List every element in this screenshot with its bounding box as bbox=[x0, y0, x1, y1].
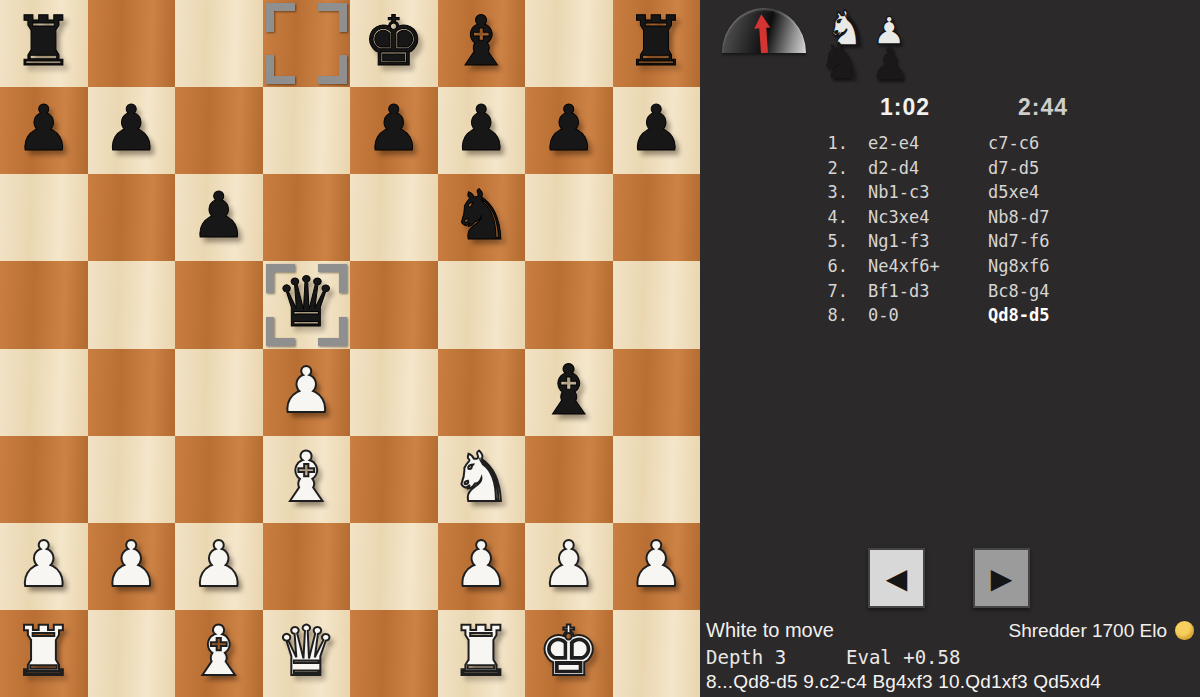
square-e8[interactable]: ♚ bbox=[350, 0, 438, 87]
black-move-8[interactable]: Qd8-d5 bbox=[988, 303, 1200, 328]
engine-status-icon bbox=[1175, 621, 1194, 640]
square-g6[interactable] bbox=[525, 174, 613, 261]
square-g3[interactable] bbox=[525, 436, 613, 523]
depth-label: Depth 3 bbox=[706, 646, 846, 668]
evaluation-gauge bbox=[722, 8, 806, 53]
black-move-1[interactable]: c7-c6 bbox=[988, 131, 1200, 156]
white-move-4[interactable]: Nc3xe4 bbox=[848, 205, 988, 230]
white-move-5[interactable]: Ng1-f3 bbox=[848, 229, 988, 254]
move-number-3: 3. bbox=[700, 180, 848, 205]
white-bishop-d3[interactable]: ♝ bbox=[275, 443, 337, 512]
black-clock: 2:44 bbox=[988, 94, 1098, 121]
square-g5[interactable] bbox=[525, 261, 613, 348]
square-h4[interactable] bbox=[613, 349, 701, 436]
square-e4[interactable] bbox=[350, 349, 438, 436]
square-a7[interactable]: ♟ bbox=[0, 87, 88, 174]
white-move-1[interactable]: e2-e4 bbox=[848, 131, 988, 156]
square-h3[interactable] bbox=[613, 436, 701, 523]
black-king-e8[interactable]: ♚ bbox=[363, 7, 425, 76]
square-h8[interactable]: ♜ bbox=[613, 0, 701, 87]
square-e6[interactable] bbox=[350, 174, 438, 261]
square-f1[interactable]: ♜ bbox=[438, 610, 526, 697]
white-pawn-h2[interactable]: ♟ bbox=[628, 533, 684, 596]
square-a2[interactable]: ♟ bbox=[0, 523, 88, 610]
selection-brackets-d8 bbox=[266, 3, 348, 84]
white-pawn-d4[interactable]: ♟ bbox=[278, 359, 334, 422]
black-pawn-e7[interactable]: ♟ bbox=[366, 97, 422, 160]
engine-name: Shredder 1700 Elo bbox=[1009, 620, 1167, 642]
square-g2[interactable]: ♟ bbox=[525, 523, 613, 610]
square-a1[interactable]: ♜ bbox=[0, 610, 88, 697]
back-arrow-icon: ◀ bbox=[886, 562, 908, 595]
principal-variation: 8...Qd8-d5 9.c2-c4 Bg4xf3 10.Qd1xf3 Qd5x… bbox=[706, 671, 1101, 693]
white-move-2[interactable]: d2-d4 bbox=[848, 156, 988, 181]
white-bishop-c1[interactable]: ♝ bbox=[188, 617, 250, 686]
square-d6[interactable] bbox=[263, 174, 351, 261]
move-number-5: 5. bbox=[700, 229, 848, 254]
white-pawn-f2[interactable]: ♟ bbox=[453, 533, 509, 596]
white-knight-f3[interactable]: ♞ bbox=[450, 443, 512, 512]
white-pawn-a2[interactable]: ♟ bbox=[16, 533, 72, 596]
square-a4[interactable] bbox=[0, 349, 88, 436]
square-d4[interactable]: ♟ bbox=[263, 349, 351, 436]
black-pawn-f7[interactable]: ♟ bbox=[453, 97, 509, 160]
square-a3[interactable] bbox=[0, 436, 88, 523]
square-c2[interactable]: ♟ bbox=[175, 523, 263, 610]
square-g8[interactable] bbox=[525, 0, 613, 87]
eval-label: Eval +0.58 bbox=[846, 646, 960, 668]
forward-arrow-icon: ▶ bbox=[991, 562, 1013, 595]
square-c1[interactable]: ♝ bbox=[175, 610, 263, 697]
square-d7[interactable] bbox=[263, 87, 351, 174]
white-pawn-b2[interactable]: ♟ bbox=[103, 533, 159, 596]
square-f6[interactable]: ♞ bbox=[438, 174, 526, 261]
move-number-4: 4. bbox=[700, 205, 848, 230]
white-move-3[interactable]: Nb1-c3 bbox=[848, 180, 988, 205]
square-f2[interactable]: ♟ bbox=[438, 523, 526, 610]
black-move-4[interactable]: Nb8-d7 bbox=[988, 205, 1200, 230]
gauge-needle-icon bbox=[759, 26, 768, 53]
square-c7[interactable] bbox=[175, 87, 263, 174]
square-b5[interactable] bbox=[88, 261, 176, 348]
square-f8[interactable]: ♝ bbox=[438, 0, 526, 87]
square-e5[interactable] bbox=[350, 261, 438, 348]
move-list: 1.e2-e4c7-c62.d2-d4d7-d53.Nb1-c3d5xe44.N… bbox=[700, 131, 1200, 328]
captured-black-knight: ♞ bbox=[818, 36, 863, 86]
square-d3[interactable]: ♝ bbox=[263, 436, 351, 523]
square-c4[interactable] bbox=[175, 349, 263, 436]
square-g4[interactable]: ♝ bbox=[525, 349, 613, 436]
chess-board[interactable]: ♜♚♝♜♟♟♟♟♟♟♟♞♛♟♝♝♞♟♟♟♟♟♟♜♝♛♜♚ bbox=[0, 0, 700, 697]
square-d8[interactable] bbox=[263, 0, 351, 87]
black-move-2[interactable]: d7-d5 bbox=[988, 156, 1200, 181]
move-number-2: 2. bbox=[700, 156, 848, 181]
square-c5[interactable] bbox=[175, 261, 263, 348]
white-clock: 1:02 bbox=[850, 94, 960, 121]
square-b6[interactable] bbox=[88, 174, 176, 261]
black-pawn-c6[interactable]: ♟ bbox=[191, 184, 247, 247]
square-b2[interactable]: ♟ bbox=[88, 523, 176, 610]
square-c6[interactable]: ♟ bbox=[175, 174, 263, 261]
black-pawn-a7[interactable]: ♟ bbox=[16, 97, 72, 160]
white-move-7[interactable]: Bf1-d3 bbox=[848, 279, 988, 304]
square-a5[interactable] bbox=[0, 261, 88, 348]
move-number-8: 8. bbox=[700, 303, 848, 328]
next-move-button[interactable]: ▶ bbox=[973, 548, 1030, 608]
black-move-6[interactable]: Ng8xf6 bbox=[988, 254, 1200, 279]
move-number-1: 1. bbox=[700, 131, 848, 156]
square-f4[interactable] bbox=[438, 349, 526, 436]
black-queen-d5[interactable]: ♛ bbox=[275, 268, 337, 337]
black-pawn-h7[interactable]: ♟ bbox=[628, 97, 684, 160]
square-b4[interactable] bbox=[88, 349, 176, 436]
white-move-8[interactable]: 0-0 bbox=[848, 303, 988, 328]
side-panel: ♞♟♞♟ 1:02 2:44 1.e2-e4c7-c62.d2-d4d7-d53… bbox=[700, 0, 1200, 697]
square-h1[interactable] bbox=[613, 610, 701, 697]
status-row: White to move Shredder 1700 Elo bbox=[706, 619, 1194, 642]
square-e1[interactable] bbox=[350, 610, 438, 697]
square-b3[interactable] bbox=[88, 436, 176, 523]
black-rook-h8[interactable]: ♜ bbox=[625, 7, 687, 76]
square-h6[interactable] bbox=[613, 174, 701, 261]
square-h2[interactable]: ♟ bbox=[613, 523, 701, 610]
white-rook-a1[interactable]: ♜ bbox=[13, 617, 75, 686]
black-bishop-g4[interactable]: ♝ bbox=[538, 356, 600, 425]
white-rook-f1[interactable]: ♜ bbox=[450, 617, 512, 686]
captured-black-pawn: ♟ bbox=[870, 42, 909, 86]
square-a6[interactable] bbox=[0, 174, 88, 261]
black-move-7[interactable]: Bc8-g4 bbox=[988, 279, 1200, 304]
white-queen-d1[interactable]: ♛ bbox=[275, 617, 337, 686]
square-e3[interactable] bbox=[350, 436, 438, 523]
square-d5[interactable]: ♛ bbox=[263, 261, 351, 348]
square-b7[interactable]: ♟ bbox=[88, 87, 176, 174]
square-c3[interactable] bbox=[175, 436, 263, 523]
white-king-g1[interactable]: ♚ bbox=[538, 617, 600, 686]
engine-label-group: Shredder 1700 Elo bbox=[1009, 620, 1194, 642]
square-f3[interactable]: ♞ bbox=[438, 436, 526, 523]
square-h5[interactable] bbox=[613, 261, 701, 348]
square-c8[interactable] bbox=[175, 0, 263, 87]
white-pawn-c2[interactable]: ♟ bbox=[191, 533, 247, 596]
black-bishop-f8[interactable]: ♝ bbox=[450, 7, 512, 76]
black-pawn-b7[interactable]: ♟ bbox=[103, 97, 159, 160]
black-rook-a8[interactable]: ♜ bbox=[13, 7, 75, 76]
square-d1[interactable]: ♛ bbox=[263, 610, 351, 697]
white-move-6[interactable]: Ne4xf6+ bbox=[848, 254, 988, 279]
previous-move-button[interactable]: ◀ bbox=[868, 548, 925, 608]
square-g1[interactable]: ♚ bbox=[525, 610, 613, 697]
square-h7[interactable]: ♟ bbox=[613, 87, 701, 174]
black-knight-f6[interactable]: ♞ bbox=[450, 181, 512, 250]
square-e2[interactable] bbox=[350, 523, 438, 610]
black-move-5[interactable]: Nd7-f6 bbox=[988, 229, 1200, 254]
white-pawn-g2[interactable]: ♟ bbox=[541, 533, 597, 596]
move-number-6: 6. bbox=[700, 254, 848, 279]
square-a8[interactable]: ♜ bbox=[0, 0, 88, 87]
square-b1[interactable] bbox=[88, 610, 176, 697]
turn-indicator: White to move bbox=[706, 619, 834, 642]
black-pawn-g7[interactable]: ♟ bbox=[541, 97, 597, 160]
move-number-7: 7. bbox=[700, 279, 848, 304]
square-d2[interactable] bbox=[263, 523, 351, 610]
analysis-row: Depth 3 Eval +0.58 bbox=[706, 646, 960, 668]
square-f5[interactable] bbox=[438, 261, 526, 348]
square-g7[interactable]: ♟ bbox=[525, 87, 613, 174]
square-b8[interactable] bbox=[88, 0, 176, 87]
square-e7[interactable]: ♟ bbox=[350, 87, 438, 174]
square-f7[interactable]: ♟ bbox=[438, 87, 526, 174]
black-move-3[interactable]: d5xe4 bbox=[988, 180, 1200, 205]
